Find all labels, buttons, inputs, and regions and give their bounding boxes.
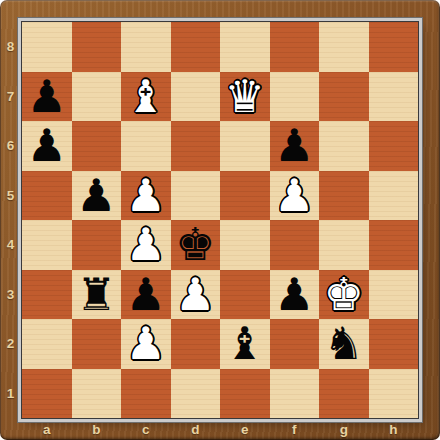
square-h1[interactable] <box>369 369 419 419</box>
piece-black-pawn-a7[interactable]: ♟ <box>22 72 72 122</box>
square-e7[interactable]: ♛ <box>220 72 270 122</box>
square-g1[interactable] <box>319 369 369 419</box>
file-label-c: c <box>121 419 171 440</box>
piece-white-bishop-c7[interactable]: ♝ <box>121 72 171 122</box>
square-f5[interactable]: ♟ <box>270 171 320 221</box>
chess-board: ♟♝♛♟♟♟♟♟♟♚♜♟♟♟♚♟♝♞ <box>22 22 418 418</box>
file-label-d: d <box>171 419 221 440</box>
square-c4[interactable]: ♟ <box>121 220 171 270</box>
piece-white-pawn-f5[interactable]: ♟ <box>270 171 320 221</box>
square-a7[interactable]: ♟ <box>22 72 72 122</box>
square-e5[interactable] <box>220 171 270 221</box>
square-a5[interactable] <box>22 171 72 221</box>
square-g6[interactable] <box>319 121 369 171</box>
piece-black-pawn-f3[interactable]: ♟ <box>270 270 320 320</box>
rank-label-2: 2 <box>0 319 21 369</box>
piece-black-knight-g2[interactable]: ♞ <box>319 319 369 369</box>
square-d6[interactable] <box>171 121 221 171</box>
square-f7[interactable] <box>270 72 320 122</box>
square-d7[interactable] <box>171 72 221 122</box>
rank-label-8: 8 <box>0 22 21 72</box>
square-b3[interactable]: ♜ <box>72 270 122 320</box>
square-f8[interactable] <box>270 22 320 72</box>
square-a6[interactable]: ♟ <box>22 121 72 171</box>
file-label-g: g <box>319 419 369 440</box>
piece-black-pawn-c3[interactable]: ♟ <box>121 270 171 320</box>
square-h6[interactable] <box>369 121 419 171</box>
file-label-f: f <box>270 419 320 440</box>
square-b7[interactable] <box>72 72 122 122</box>
square-c7[interactable]: ♝ <box>121 72 171 122</box>
piece-white-queen-e7[interactable]: ♛ <box>220 72 270 122</box>
square-f6[interactable]: ♟ <box>270 121 320 171</box>
square-h8[interactable] <box>369 22 419 72</box>
square-d4[interactable]: ♚ <box>171 220 221 270</box>
square-c3[interactable]: ♟ <box>121 270 171 320</box>
square-a2[interactable] <box>22 319 72 369</box>
square-h3[interactable] <box>369 270 419 320</box>
square-e1[interactable] <box>220 369 270 419</box>
square-g3[interactable]: ♚ <box>319 270 369 320</box>
file-label-h: h <box>369 419 419 440</box>
square-g7[interactable] <box>319 72 369 122</box>
square-a8[interactable] <box>22 22 72 72</box>
square-b2[interactable] <box>72 319 122 369</box>
square-b5[interactable]: ♟ <box>72 171 122 221</box>
rank-label-5: 5 <box>0 171 21 221</box>
square-e4[interactable] <box>220 220 270 270</box>
square-f3[interactable]: ♟ <box>270 270 320 320</box>
square-e3[interactable] <box>220 270 270 320</box>
square-f2[interactable] <box>270 319 320 369</box>
square-f4[interactable] <box>270 220 320 270</box>
piece-white-king-g3[interactable]: ♚ <box>319 270 369 320</box>
square-e6[interactable] <box>220 121 270 171</box>
square-g2[interactable]: ♞ <box>319 319 369 369</box>
square-h5[interactable] <box>369 171 419 221</box>
square-g8[interactable] <box>319 22 369 72</box>
file-label-e: e <box>220 419 270 440</box>
square-c5[interactable]: ♟ <box>121 171 171 221</box>
square-d3[interactable]: ♟ <box>171 270 221 320</box>
square-f1[interactable] <box>270 369 320 419</box>
rank-label-1: 1 <box>0 369 21 419</box>
square-b8[interactable] <box>72 22 122 72</box>
piece-black-pawn-b5[interactable]: ♟ <box>72 171 122 221</box>
square-d1[interactable] <box>171 369 221 419</box>
square-d8[interactable] <box>171 22 221 72</box>
square-c1[interactable] <box>121 369 171 419</box>
square-b4[interactable] <box>72 220 122 270</box>
square-c2[interactable]: ♟ <box>121 319 171 369</box>
piece-white-pawn-d3[interactable]: ♟ <box>171 270 221 320</box>
square-g5[interactable] <box>319 171 369 221</box>
piece-white-pawn-c5[interactable]: ♟ <box>121 171 171 221</box>
square-d2[interactable] <box>171 319 221 369</box>
square-c8[interactable] <box>121 22 171 72</box>
square-h7[interactable] <box>369 72 419 122</box>
square-e2[interactable]: ♝ <box>220 319 270 369</box>
square-e8[interactable] <box>220 22 270 72</box>
piece-black-king-d4[interactable]: ♚ <box>171 220 221 270</box>
piece-black-pawn-a6[interactable]: ♟ <box>22 121 72 171</box>
square-h4[interactable] <box>369 220 419 270</box>
rank-label-4: 4 <box>0 220 21 270</box>
piece-black-rook-b3[interactable]: ♜ <box>72 270 122 320</box>
rank-label-6: 6 <box>0 121 21 171</box>
file-label-b: b <box>72 419 122 440</box>
piece-white-pawn-c4[interactable]: ♟ <box>121 220 171 270</box>
square-b6[interactable] <box>72 121 122 171</box>
square-b1[interactable] <box>72 369 122 419</box>
square-h2[interactable] <box>369 319 419 369</box>
piece-black-bishop-e2[interactable]: ♝ <box>220 319 270 369</box>
square-g4[interactable] <box>319 220 369 270</box>
square-a4[interactable] <box>22 220 72 270</box>
file-label-a: a <box>22 419 72 440</box>
square-d5[interactable] <box>171 171 221 221</box>
square-c6[interactable] <box>121 121 171 171</box>
rank-label-7: 7 <box>0 72 21 122</box>
chess-board-widget: ♟♝♛♟♟♟♟♟♟♚♜♟♟♟♚♟♝♞ 87654321abcdefgh <box>0 0 440 440</box>
piece-black-pawn-f6[interactable]: ♟ <box>270 121 320 171</box>
rank-label-3: 3 <box>0 270 21 320</box>
square-a1[interactable] <box>22 369 72 419</box>
piece-white-pawn-c2[interactable]: ♟ <box>121 319 171 369</box>
square-a3[interactable] <box>22 270 72 320</box>
